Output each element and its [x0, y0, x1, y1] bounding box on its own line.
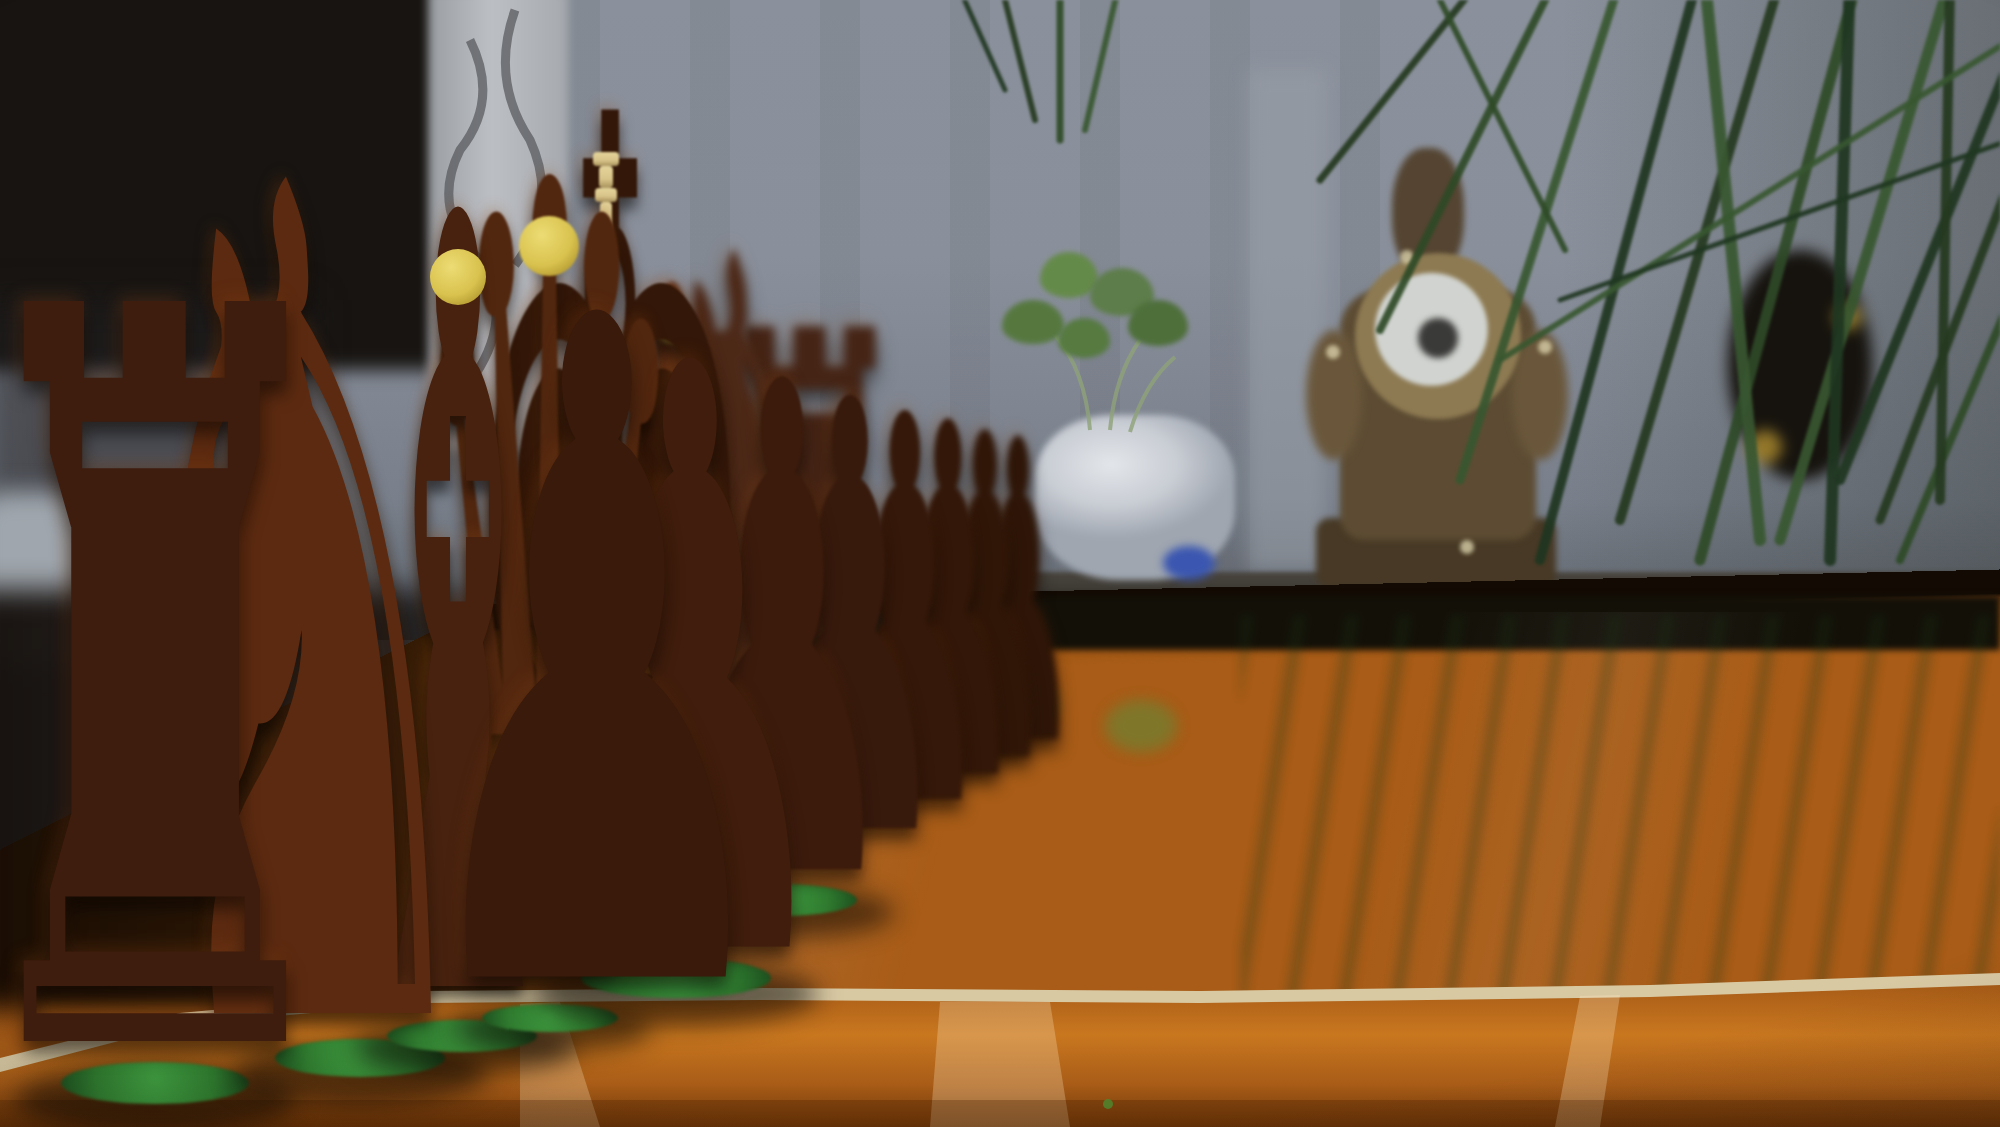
palm-frond	[1085, 0, 1120, 130]
rook-glyph: ♜	[0, 285, 364, 1095]
palm-frond	[1460, 0, 1620, 480]
palm-frond	[1000, 0, 1035, 120]
palm-frond	[1380, 0, 1560, 330]
photo-scene: ♜♞♝♛♚♝♞♜♟♟♟♟♟♟♟♟	[0, 0, 2000, 1127]
pawn-glyph: ♟	[401, 295, 794, 1025]
palm-frond	[1940, 0, 1950, 500]
palm-frond	[1430, 0, 1565, 250]
palm-frond	[960, 0, 1005, 90]
